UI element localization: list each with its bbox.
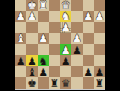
square-c8[interactable] <box>71 77 82 88</box>
square-b8[interactable] <box>83 77 94 88</box>
black-pawn: ♟ <box>38 66 47 77</box>
square-c2[interactable] <box>71 11 82 22</box>
square-c5[interactable]: ♟ <box>71 44 82 55</box>
square-b1[interactable] <box>83 0 94 11</box>
square-a4[interactable] <box>94 33 105 44</box>
square-e1[interactable] <box>49 0 60 11</box>
square-h5[interactable] <box>15 44 26 55</box>
square-h2[interactable]: ♟ <box>15 11 26 22</box>
black-rook: ♜ <box>95 77 104 88</box>
white-pawn: ♟ <box>83 11 92 22</box>
square-h1[interactable] <box>15 0 26 11</box>
white-pawn: ♟ <box>61 44 70 55</box>
white-king: ♚ <box>27 0 36 10</box>
square-a7[interactable]: ♟ <box>94 66 105 77</box>
square-e3[interactable] <box>49 22 60 33</box>
square-c3[interactable] <box>71 22 82 33</box>
square-d4[interactable] <box>60 33 71 44</box>
square-b4[interactable] <box>83 33 94 44</box>
square-c7[interactable] <box>71 66 82 77</box>
square-b7[interactable]: ♟ <box>83 66 94 77</box>
square-e6[interactable] <box>49 55 60 66</box>
square-f1[interactable]: ♜ <box>38 0 49 11</box>
square-c6[interactable] <box>71 55 82 66</box>
square-e7[interactable] <box>49 66 60 77</box>
white-pawn: ♟ <box>95 11 104 22</box>
square-e2[interactable] <box>49 11 60 22</box>
square-f4[interactable]: ♟ <box>38 33 49 44</box>
square-a2[interactable]: ♟ <box>94 11 105 22</box>
square-g4[interactable] <box>26 33 37 44</box>
board-stage: ♚♜♛♟♟♞♟♟♟♝♟♟♟♟♟♟♞♟♝♟♟♟♚♜♛♜ <box>15 0 105 90</box>
square-h4[interactable]: ♝ <box>15 33 26 44</box>
black-pawn: ♟ <box>72 44 81 55</box>
square-h8[interactable] <box>15 77 26 88</box>
square-b6[interactable] <box>83 55 94 66</box>
white-pawn: ♟ <box>16 11 25 22</box>
square-d2[interactable]: ♞ <box>60 11 71 22</box>
square-f2[interactable] <box>38 11 49 22</box>
black-pawn: ♟ <box>83 66 92 77</box>
square-d8[interactable]: ♛ <box>60 77 71 88</box>
white-queen: ♛ <box>61 0 70 10</box>
square-d5[interactable]: ♟ <box>60 44 71 55</box>
black-queen: ♛ <box>61 77 70 88</box>
square-g6[interactable]: ♟ <box>26 55 37 66</box>
black-bishop: ♝ <box>27 66 36 77</box>
square-c1[interactable] <box>71 0 82 11</box>
black-knight: ♞ <box>38 55 47 66</box>
black-pawn: ♟ <box>16 55 25 66</box>
square-b5[interactable] <box>83 44 94 55</box>
square-h3[interactable] <box>15 22 26 33</box>
square-g1[interactable]: ♚ <box>26 0 37 11</box>
square-d1[interactable]: ♛ <box>60 0 71 11</box>
square-a3[interactable] <box>94 22 105 33</box>
square-g2[interactable]: ♟ <box>26 11 37 22</box>
white-bishop: ♝ <box>16 33 25 44</box>
white-rook: ♜ <box>38 0 47 10</box>
square-f3[interactable] <box>38 22 49 33</box>
black-king: ♚ <box>27 77 36 88</box>
square-f6[interactable]: ♞ <box>38 55 49 66</box>
square-f7[interactable]: ♟ <box>38 66 49 77</box>
white-pawn: ♟ <box>27 11 36 22</box>
square-h6[interactable]: ♟ <box>15 55 26 66</box>
square-a5[interactable] <box>94 44 105 55</box>
square-g5[interactable] <box>26 44 37 55</box>
board-bottom-edge <box>15 89 105 91</box>
square-e8[interactable]: ♜ <box>49 77 60 88</box>
square-a6[interactable] <box>94 55 105 66</box>
square-b2[interactable]: ♟ <box>83 11 94 22</box>
chess-board: ♚♜♛♟♟♞♟♟♟♝♟♟♟♟♟♟♞♟♝♟♟♟♚♜♛♜ <box>15 0 105 89</box>
square-e4[interactable] <box>49 33 60 44</box>
square-a8[interactable]: ♜ <box>94 77 105 88</box>
white-pawn: ♟ <box>72 33 81 44</box>
square-f5[interactable] <box>38 44 49 55</box>
black-pawn: ♟ <box>27 55 36 66</box>
square-g3[interactable] <box>26 22 37 33</box>
square-g8[interactable]: ♚ <box>26 77 37 88</box>
white-knight: ♞ <box>61 11 70 22</box>
square-e5[interactable] <box>49 44 60 55</box>
square-c4[interactable]: ♟ <box>71 33 82 44</box>
black-pawn: ♟ <box>61 55 70 66</box>
square-d6[interactable]: ♟ <box>60 55 71 66</box>
square-d7[interactable] <box>60 66 71 77</box>
black-pawn: ♟ <box>95 66 104 77</box>
white-pawn: ♟ <box>61 22 70 33</box>
square-f8[interactable] <box>38 77 49 88</box>
black-rook: ♜ <box>50 77 59 88</box>
square-a1[interactable] <box>94 0 105 11</box>
square-b3[interactable] <box>83 22 94 33</box>
square-h7[interactable] <box>15 66 26 77</box>
square-d3[interactable]: ♟ <box>60 22 71 33</box>
square-g7[interactable]: ♝ <box>26 66 37 77</box>
white-pawn: ♟ <box>38 33 47 44</box>
